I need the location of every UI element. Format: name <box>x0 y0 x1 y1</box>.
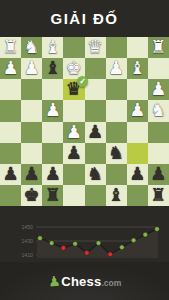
square-g2[interactable]: ♟ <box>21 58 42 79</box>
black-knight-piece[interactable]: ♞ <box>108 143 124 163</box>
puzzle-result-dot-loss <box>108 252 113 257</box>
white-knight-piece[interactable]: ♞ <box>24 37 40 57</box>
square-h2[interactable]: ♟ <box>0 58 21 79</box>
square-h5[interactable] <box>0 122 21 143</box>
square-c7[interactable] <box>106 164 127 185</box>
black-pawn-piece[interactable]: ♟ <box>45 164 61 184</box>
square-a5[interactable] <box>148 122 169 143</box>
square-g5[interactable] <box>21 122 42 143</box>
puzzle-result-dot-loss <box>84 251 89 256</box>
black-bishop-piece[interactable]: ♝ <box>45 58 61 78</box>
square-a4[interactable]: ♞ <box>148 100 169 121</box>
black-bishop-piece[interactable]: ♝ <box>108 185 124 205</box>
square-b2[interactable]: ♝ <box>127 58 148 79</box>
square-g8[interactable]: ♚ <box>21 185 42 206</box>
black-pawn-piece[interactable]: ♟ <box>129 164 145 184</box>
puzzle-result-dot-win <box>73 241 78 246</box>
square-c8[interactable]: ♝ <box>106 185 127 206</box>
square-h6[interactable] <box>0 143 21 164</box>
square-d6[interactable] <box>85 143 106 164</box>
square-b7[interactable]: ♟ <box>127 164 148 185</box>
square-g4[interactable] <box>21 100 42 121</box>
square-h7[interactable]: ♟ <box>0 164 21 185</box>
square-b4[interactable]: ♟ <box>127 100 148 121</box>
black-knight-piece[interactable]: ♞ <box>87 164 103 184</box>
puzzle-result-dot-loss <box>61 246 66 251</box>
square-e1[interactable] <box>63 37 84 58</box>
square-f3[interactable] <box>42 79 63 100</box>
square-e4[interactable] <box>63 100 84 121</box>
rating-chart-svg: 145014301410 <box>0 206 169 262</box>
y-axis-tick: 1410 <box>21 252 33 258</box>
header-bar: GIẢI ĐỐ <box>0 0 169 37</box>
black-king-piece[interactable]: ♚ <box>24 185 40 205</box>
square-b6[interactable] <box>127 143 148 164</box>
square-a7[interactable]: ♟ <box>148 164 169 185</box>
square-g6[interactable] <box>21 143 42 164</box>
square-f4[interactable]: ♟ <box>42 100 63 121</box>
white-pawn-piece[interactable]: ♟ <box>66 122 82 142</box>
square-h4[interactable] <box>0 100 21 121</box>
square-b5[interactable] <box>127 122 148 143</box>
black-pawn-piece[interactable]: ♟ <box>150 164 166 184</box>
black-pawn-piece[interactable]: ♟ <box>66 143 82 163</box>
correct-move-badge: ✓ <box>77 76 88 87</box>
black-rook-piece[interactable]: ♜ <box>45 185 61 205</box>
square-c6[interactable]: ♞ <box>106 143 127 164</box>
square-g3[interactable] <box>21 79 42 100</box>
brand-suffix: .com <box>101 278 121 288</box>
black-rook-piece[interactable]: ♜ <box>150 185 166 205</box>
white-pawn-piece[interactable]: ♟ <box>129 100 145 120</box>
white-pawn-piece[interactable]: ♟ <box>108 58 124 78</box>
white-pawn-piece[interactable]: ♟ <box>2 58 18 78</box>
square-e6[interactable]: ♟ <box>63 143 84 164</box>
square-d8[interactable] <box>85 185 106 206</box>
square-e5[interactable]: ♟ <box>63 122 84 143</box>
white-king-piece[interactable]: ♚ <box>66 58 82 78</box>
black-pawn-piece[interactable]: ♟ <box>24 164 40 184</box>
square-g7[interactable]: ♟ <box>21 164 42 185</box>
y-axis-tick: 1430 <box>21 238 33 244</box>
white-bishop-piece[interactable]: ♝ <box>45 37 61 57</box>
page-title: GIẢI ĐỐ <box>50 10 118 27</box>
square-h8[interactable] <box>0 185 21 206</box>
square-f7[interactable]: ♟ <box>42 164 63 185</box>
square-c2[interactable]: ♟ <box>106 58 127 79</box>
puzzle-result-dot-win <box>143 232 148 237</box>
square-c1[interactable] <box>106 37 127 58</box>
black-pawn-piece[interactable]: ♟ <box>2 164 18 184</box>
square-d4[interactable] <box>85 100 106 121</box>
brand-name: Chess <box>61 274 101 289</box>
square-c3[interactable] <box>106 79 127 100</box>
square-e8[interactable] <box>63 185 84 206</box>
square-b8[interactable] <box>127 185 148 206</box>
y-axis-tick: 1450 <box>21 224 33 230</box>
square-f1[interactable]: ♝ <box>42 37 63 58</box>
puzzle-result-dot-win <box>96 241 101 246</box>
square-a8[interactable]: ♜ <box>148 185 169 206</box>
chesscom-logo[interactable]: ♟ Chess .com <box>48 274 121 289</box>
footer-bar: ♟ Chess .com <box>0 262 169 300</box>
square-e7[interactable] <box>63 164 84 185</box>
square-a3[interactable]: ♟ <box>148 79 169 100</box>
puzzle-result-dot-win <box>131 238 136 243</box>
square-f8[interactable]: ♜ <box>42 185 63 206</box>
square-f2[interactable]: ♝ <box>42 58 63 79</box>
square-h3[interactable] <box>0 79 21 100</box>
square-a1[interactable]: ♜ <box>148 37 169 58</box>
white-knight-piece[interactable]: ♞ <box>150 100 166 120</box>
square-b1[interactable] <box>127 37 148 58</box>
chess-board[interactable]: ♜♞♝♛♜♟♟♝♚♟♝♛♟♟♟♞♟♟♟♞♟♟♟♞♟♟♚♜♝♜✓ <box>0 37 169 206</box>
square-c4[interactable] <box>106 100 127 121</box>
puzzle-result-dot-win <box>38 236 43 241</box>
square-d5[interactable]: ♟ <box>85 122 106 143</box>
pawn-logo-icon: ♟ <box>47 273 61 288</box>
square-d7[interactable]: ♞ <box>85 164 106 185</box>
puzzle-result-dot-win <box>120 245 125 250</box>
puzzle-result-dot-win <box>155 227 160 232</box>
white-pawn-piece[interactable]: ♟ <box>45 100 61 120</box>
white-rook-piece[interactable]: ♜ <box>150 37 166 57</box>
square-a2[interactable] <box>148 58 169 79</box>
square-g1[interactable]: ♞ <box>21 37 42 58</box>
white-pawn-piece[interactable]: ♟ <box>150 79 166 99</box>
white-bishop-piece[interactable]: ♝ <box>129 58 145 78</box>
square-c5[interactable] <box>106 122 127 143</box>
puzzle-screen: GIẢI ĐỐ ♜♞♝♛♜♟♟♝♚♟♝♛♟♟♟♞♟♟♟♞♟♟♟♞♟♟♚♜♝♜✓ … <box>0 0 169 300</box>
square-h1[interactable]: ♜ <box>0 37 21 58</box>
square-f5[interactable] <box>42 122 63 143</box>
square-b3[interactable] <box>127 79 148 100</box>
rating-chart: 145014301410 <box>0 206 169 262</box>
white-rook-piece[interactable]: ♜ <box>2 37 18 57</box>
black-pawn-piece[interactable]: ♟ <box>87 122 103 142</box>
square-a6[interactable] <box>148 143 169 164</box>
square-d2[interactable] <box>85 58 106 79</box>
square-f6[interactable] <box>42 143 63 164</box>
square-d1[interactable]: ♛ <box>85 37 106 58</box>
puzzle-result-dot-win <box>49 241 54 246</box>
white-queen-piece[interactable]: ♛ <box>87 37 103 57</box>
white-pawn-piece[interactable]: ♟ <box>24 58 40 78</box>
